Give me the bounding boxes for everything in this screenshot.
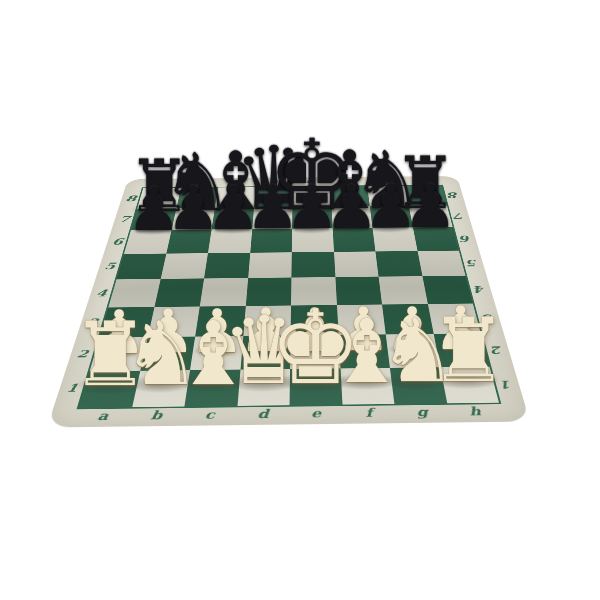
rank-label-6-right: 6 <box>455 234 477 243</box>
square-h5[interactable] <box>417 250 465 276</box>
square-d5[interactable] <box>248 252 292 278</box>
square-g5[interactable] <box>375 251 422 277</box>
file-label-b-bottom: b <box>128 409 184 421</box>
square-c5[interactable] <box>204 253 250 279</box>
file-label-e-bottom: e <box>289 407 342 419</box>
file-label-d-bottom: d <box>236 408 290 420</box>
square-f5[interactable] <box>334 251 379 277</box>
file-label-a-bottom: a <box>75 410 131 422</box>
file-label-h-bottom: h <box>447 406 503 418</box>
file-label-g-bottom: g <box>395 406 450 418</box>
piece-white-rook-h1[interactable]: ♜ <box>429 307 508 395</box>
chess-photo-scene: aabbccddeeffgghh8877665544332211 ♜♞♝♛♚♝♞… <box>0 0 600 600</box>
piece-black-pawn-h7[interactable]: ♟ <box>403 176 457 236</box>
square-b5[interactable] <box>160 253 208 279</box>
file-label-c-bottom: c <box>182 409 237 421</box>
square-e5[interactable] <box>291 252 335 278</box>
rank-label-5-right: 5 <box>461 258 484 267</box>
square-a5[interactable] <box>117 253 167 279</box>
file-label-f-bottom: f <box>342 407 396 419</box>
